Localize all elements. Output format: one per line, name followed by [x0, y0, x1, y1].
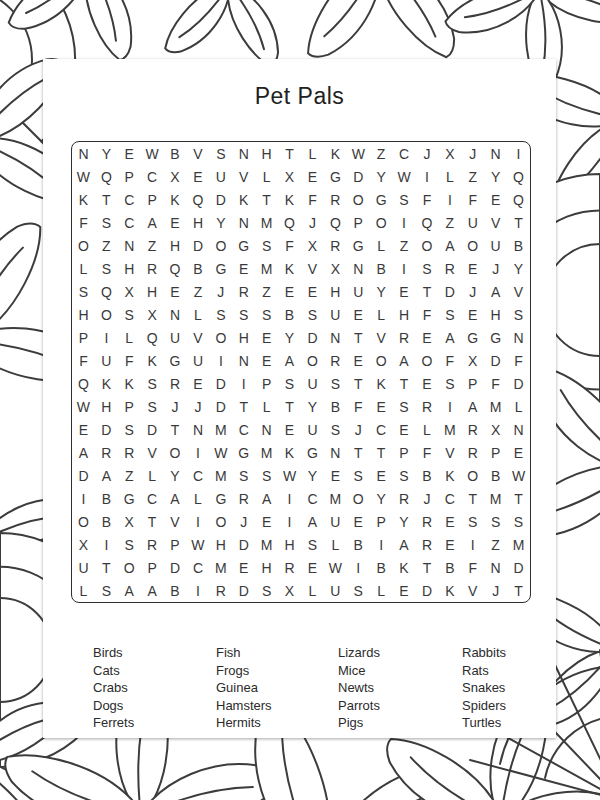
- grid-cell-r13c16: L: [415, 418, 438, 441]
- grid-cell-r12c13: F: [347, 395, 370, 418]
- grid-cell-r16c15: R: [393, 487, 416, 510]
- grid-cell-r20c5: B: [164, 579, 187, 602]
- word-search-grid: NYEWBVSNHTLKWZCJXJNIWQPCXEUVLXEGDYWILZYQ…: [71, 141, 531, 603]
- grid-cell-r18c7: H: [209, 533, 232, 556]
- grid-cell-r17c5: V: [164, 510, 187, 533]
- grid-cell-r16c4: C: [141, 487, 164, 510]
- grid-cell-r7c9: Z: [255, 280, 278, 303]
- grid-cell-r4c8: N: [232, 211, 255, 234]
- grid-cell-r14c14: T: [370, 441, 393, 464]
- grid-cell-r3c12: R: [324, 188, 347, 211]
- grid-cell-r10c12: R: [324, 349, 347, 372]
- grid-cell-r18c11: S: [301, 533, 324, 556]
- grid-cell-r7c6: Z: [186, 280, 209, 303]
- grid-cell-r10c7: I: [209, 349, 232, 372]
- grid-cell-r20c1: L: [72, 579, 95, 602]
- grid-cell-r8c7: S: [209, 303, 232, 326]
- grid-cell-r8c2: O: [95, 303, 118, 326]
- grid-cell-r16c10: I: [278, 487, 301, 510]
- grid-cell-r7c14: Y: [370, 280, 393, 303]
- grid-cell-r6c11: V: [301, 257, 324, 280]
- grid-cell-r17c16: R: [415, 510, 438, 533]
- grid-cell-r10c13: E: [347, 349, 370, 372]
- grid-cell-r3c15: S: [393, 188, 416, 211]
- grid-cell-r2c13: D: [347, 165, 370, 188]
- grid-cell-r15c16: B: [415, 464, 438, 487]
- grid-cell-r8c9: S: [255, 303, 278, 326]
- grid-cell-r5c15: Z: [393, 234, 416, 257]
- grid-cell-r11c19: F: [484, 372, 507, 395]
- grid-cell-r4c6: H: [186, 211, 209, 234]
- grid-cell-r9c15: R: [393, 326, 416, 349]
- grid-cell-r19c1: U: [72, 556, 95, 579]
- grid-cell-r3c10: K: [278, 188, 301, 211]
- grid-cell-r9c19: G: [484, 326, 507, 349]
- grid-cell-r9c8: H: [232, 326, 255, 349]
- grid-cell-r20c15: E: [393, 579, 416, 602]
- grid-cell-r13c11: U: [301, 418, 324, 441]
- grid-cell-r11c13: T: [347, 372, 370, 395]
- grid-cell-r5c17: A: [438, 234, 461, 257]
- grid-cell-r8c14: L: [370, 303, 393, 326]
- grid-cell-r6c8: E: [232, 257, 255, 280]
- puzzle-title: Pet Pals: [43, 83, 556, 110]
- grid-cell-r5c14: L: [370, 234, 393, 257]
- word-list-item: Ferrets: [93, 714, 216, 732]
- grid-cell-r1c15: C: [393, 142, 416, 165]
- grid-cell-r10c19: D: [484, 349, 507, 372]
- grid-cell-r15c2: A: [95, 464, 118, 487]
- grid-cell-r11c15: T: [393, 372, 416, 395]
- grid-cell-r12c2: H: [95, 395, 118, 418]
- grid-cell-r10c3: F: [118, 349, 141, 372]
- grid-cell-r3c20: Q: [507, 188, 530, 211]
- grid-cell-r5c11: X: [301, 234, 324, 257]
- grid-cell-r15c15: S: [393, 464, 416, 487]
- grid-cell-r1c6: V: [186, 142, 209, 165]
- grid-cell-r4c18: U: [461, 211, 484, 234]
- grid-cell-r1c7: S: [209, 142, 232, 165]
- grid-cell-r5c1: O: [72, 234, 95, 257]
- grid-cell-r20c8: D: [232, 579, 255, 602]
- grid-cell-r1c11: L: [301, 142, 324, 165]
- word-list-item: Birds: [93, 644, 216, 662]
- grid-cell-r9c17: A: [438, 326, 461, 349]
- grid-cell-r15c19: B: [484, 464, 507, 487]
- grid-cell-r12c1: W: [72, 395, 95, 418]
- grid-cell-r18c16: R: [415, 533, 438, 556]
- grid-cell-r20c14: L: [370, 579, 393, 602]
- grid-cell-r16c11: C: [301, 487, 324, 510]
- grid-cell-r12c10: T: [278, 395, 301, 418]
- grid-cell-r9c9: E: [255, 326, 278, 349]
- grid-cell-r17c8: J: [232, 510, 255, 533]
- grid-cell-r19c17: B: [438, 556, 461, 579]
- grid-cell-r19c3: O: [118, 556, 141, 579]
- grid-cell-r7c11: E: [301, 280, 324, 303]
- grid-cell-r5c4: Z: [141, 234, 164, 257]
- grid-cell-r8c20: S: [507, 303, 530, 326]
- grid-cell-r19c5: D: [164, 556, 187, 579]
- grid-cell-r9c10: Y: [278, 326, 301, 349]
- grid-cell-r19c13: I: [347, 556, 370, 579]
- grid-cell-r8c4: X: [141, 303, 164, 326]
- grid-cell-r9c16: E: [415, 326, 438, 349]
- grid-cell-r7c4: H: [141, 280, 164, 303]
- grid-cell-r18c1: X: [72, 533, 95, 556]
- grid-cell-r4c16: Q: [415, 211, 438, 234]
- grid-cell-r1c3: E: [118, 142, 141, 165]
- grid-cell-r14c19: P: [484, 441, 507, 464]
- grid-cell-r4c20: T: [507, 211, 530, 234]
- grid-cell-r5c8: G: [232, 234, 255, 257]
- grid-cell-r17c18: S: [461, 510, 484, 533]
- grid-cell-r11c16: E: [415, 372, 438, 395]
- grid-cell-r2c9: L: [255, 165, 278, 188]
- grid-cell-r17c14: P: [370, 510, 393, 533]
- grid-cell-r19c2: T: [95, 556, 118, 579]
- grid-cell-r19c10: R: [278, 556, 301, 579]
- grid-cell-r6c10: K: [278, 257, 301, 280]
- grid-cell-r8c8: S: [232, 303, 255, 326]
- grid-cell-r19c19: N: [484, 556, 507, 579]
- grid-cell-r1c10: T: [278, 142, 301, 165]
- grid-cell-r16c3: G: [118, 487, 141, 510]
- grid-cell-r4c13: P: [347, 211, 370, 234]
- grid-cell-r3c11: F: [301, 188, 324, 211]
- grid-cell-r10c5: G: [164, 349, 187, 372]
- grid-cell-r20c6: I: [186, 579, 209, 602]
- grid-cell-r8c17: S: [438, 303, 461, 326]
- grid-cell-r8c13: E: [347, 303, 370, 326]
- grid-cell-r12c14: E: [370, 395, 393, 418]
- grid-cell-r5c9: S: [255, 234, 278, 257]
- grid-cell-r4c11: J: [301, 211, 324, 234]
- grid-cell-r1c19: N: [484, 142, 507, 165]
- grid-cell-r18c2: I: [95, 533, 118, 556]
- grid-cell-r14c15: P: [393, 441, 416, 464]
- grid-cell-r6c12: X: [324, 257, 347, 280]
- grid-cell-r9c13: T: [347, 326, 370, 349]
- word-list-item: Guinea: [216, 679, 338, 697]
- grid-cell-r11c5: R: [164, 372, 187, 395]
- grid-cell-r10c8: N: [232, 349, 255, 372]
- grid-cell-r12c3: P: [118, 395, 141, 418]
- word-list-item: Turtles: [462, 714, 533, 732]
- grid-cell-r3c19: E: [484, 188, 507, 211]
- grid-cell-r20c13: S: [347, 579, 370, 602]
- grid-cell-r17c7: O: [209, 510, 232, 533]
- grid-cell-r11c2: K: [95, 372, 118, 395]
- grid-cell-r20c4: A: [141, 579, 164, 602]
- grid-cell-r18c10: H: [278, 533, 301, 556]
- grid-cell-r2c2: Q: [95, 165, 118, 188]
- grid-cell-r16c1: I: [72, 487, 95, 510]
- grid-cell-r16c8: R: [232, 487, 255, 510]
- grid-cell-r10c11: O: [301, 349, 324, 372]
- grid-cell-r20c12: U: [324, 579, 347, 602]
- grid-cell-r19c4: P: [141, 556, 164, 579]
- grid-cell-r18c17: E: [438, 533, 461, 556]
- grid-cell-r15c20: W: [507, 464, 530, 487]
- grid-cell-r11c20: D: [507, 372, 530, 395]
- grid-cell-r11c1: Q: [72, 372, 95, 395]
- grid-cell-r7c13: U: [347, 280, 370, 303]
- grid-cell-r7c19: A: [484, 280, 507, 303]
- grid-cell-r13c5: T: [164, 418, 187, 441]
- word-list-item: Snakes: [462, 679, 533, 697]
- grid-cell-r10c6: U: [186, 349, 209, 372]
- grid-cell-r10c16: O: [415, 349, 438, 372]
- word-list-item: Hermits: [216, 714, 338, 732]
- grid-cell-r15c10: W: [278, 464, 301, 487]
- grid-cell-r13c12: S: [324, 418, 347, 441]
- grid-cell-r6c13: N: [347, 257, 370, 280]
- grid-cell-r1c16: J: [415, 142, 438, 165]
- grid-cell-r15c3: Z: [118, 464, 141, 487]
- grid-cell-r18c13: B: [347, 533, 370, 556]
- grid-cell-r16c16: J: [415, 487, 438, 510]
- grid-cell-r12c7: D: [209, 395, 232, 418]
- grid-cell-r3c6: Q: [186, 188, 209, 211]
- grid-cell-r18c12: L: [324, 533, 347, 556]
- grid-cell-r17c9: E: [255, 510, 278, 533]
- grid-cell-r16c17: C: [438, 487, 461, 510]
- grid-cell-r12c17: I: [438, 395, 461, 418]
- word-list-item: Spiders: [462, 697, 533, 715]
- grid-cell-r13c7: M: [209, 418, 232, 441]
- grid-cell-r7c15: E: [393, 280, 416, 303]
- grid-cell-r5c10: F: [278, 234, 301, 257]
- grid-cell-r4c15: I: [393, 211, 416, 234]
- word-list-item: Mice: [338, 662, 462, 680]
- grid-cell-r6c19: J: [484, 257, 507, 280]
- grid-cell-r19c6: C: [186, 556, 209, 579]
- grid-cell-r2c17: L: [438, 165, 461, 188]
- grid-cell-r6c20: Y: [507, 257, 530, 280]
- grid-cell-r7c10: E: [278, 280, 301, 303]
- grid-cell-r10c4: K: [141, 349, 164, 372]
- grid-cell-r5c12: R: [324, 234, 347, 257]
- grid-cell-r17c19: S: [484, 510, 507, 533]
- word-list-item: Pigs: [338, 714, 462, 732]
- grid-cell-r14c12: N: [324, 441, 347, 464]
- grid-cell-r11c11: U: [301, 372, 324, 395]
- grid-cell-r8c3: S: [118, 303, 141, 326]
- grid-cell-r14c2: R: [95, 441, 118, 464]
- grid-cell-r13c19: X: [484, 418, 507, 441]
- grid-cell-r14c7: W: [209, 441, 232, 464]
- grid-cell-r19c8: E: [232, 556, 255, 579]
- grid-cell-r16c20: T: [507, 487, 530, 510]
- grid-cell-r7c7: J: [209, 280, 232, 303]
- word-list-item: Newts: [338, 679, 462, 697]
- grid-cell-r5c20: B: [507, 234, 530, 257]
- grid-cell-r3c16: F: [415, 188, 438, 211]
- grid-cell-r3c9: T: [255, 188, 278, 211]
- grid-cell-r11c4: S: [141, 372, 164, 395]
- grid-cell-r10c14: O: [370, 349, 393, 372]
- grid-cell-r2c11: E: [301, 165, 324, 188]
- grid-cell-r6c14: B: [370, 257, 393, 280]
- grid-cell-r3c14: G: [370, 188, 393, 211]
- grid-cell-r18c15: A: [393, 533, 416, 556]
- grid-cell-r13c3: S: [118, 418, 141, 441]
- grid-cell-r6c17: R: [438, 257, 461, 280]
- grid-cell-r6c1: L: [72, 257, 95, 280]
- grid-cell-r15c18: O: [461, 464, 484, 487]
- grid-cell-r15c6: C: [186, 464, 209, 487]
- grid-cell-r2c7: U: [209, 165, 232, 188]
- grid-cell-r17c15: Y: [393, 510, 416, 533]
- word-list-item: Hamsters: [216, 697, 338, 715]
- grid-cell-r2c12: G: [324, 165, 347, 188]
- grid-cell-r9c20: N: [507, 326, 530, 349]
- grid-cell-r7c17: D: [438, 280, 461, 303]
- grid-cell-r20c9: S: [255, 579, 278, 602]
- word-list-item: Crabs: [93, 679, 216, 697]
- grid-cell-r4c7: Y: [209, 211, 232, 234]
- grid-cell-r13c15: E: [393, 418, 416, 441]
- grid-cell-r13c17: M: [438, 418, 461, 441]
- grid-cell-r12c11: Y: [301, 395, 324, 418]
- grid-cell-r20c16: D: [415, 579, 438, 602]
- grid-cell-r5c6: D: [186, 234, 209, 257]
- grid-cell-r18c20: M: [507, 533, 530, 556]
- grid-cell-r8c10: B: [278, 303, 301, 326]
- grid-cell-r6c6: B: [186, 257, 209, 280]
- grid-cell-r18c8: D: [232, 533, 255, 556]
- grid-cell-r7c20: V: [507, 280, 530, 303]
- grid-cell-r1c13: W: [347, 142, 370, 165]
- grid-cell-r20c19: J: [484, 579, 507, 602]
- grid-cell-r2c14: Y: [370, 165, 393, 188]
- grid-cell-r4c9: M: [255, 211, 278, 234]
- grid-cell-r2c19: Y: [484, 165, 507, 188]
- grid-cell-r10c2: U: [95, 349, 118, 372]
- grid-cell-r16c9: A: [255, 487, 278, 510]
- grid-cell-r7c8: R: [232, 280, 255, 303]
- grid-cell-r1c17: X: [438, 142, 461, 165]
- grid-cell-r20c10: X: [278, 579, 301, 602]
- grid-cell-r8c1: H: [72, 303, 95, 326]
- grid-cell-r13c8: C: [232, 418, 255, 441]
- grid-cell-r5c5: H: [164, 234, 187, 257]
- grid-cell-r5c18: O: [461, 234, 484, 257]
- grid-cell-r19c16: T: [415, 556, 438, 579]
- grid-cell-r6c7: G: [209, 257, 232, 280]
- grid-cell-r9c6: V: [186, 326, 209, 349]
- grid-cell-r8c19: H: [484, 303, 507, 326]
- grid-cell-r12c12: B: [324, 395, 347, 418]
- grid-cell-r12c18: A: [461, 395, 484, 418]
- grid-cell-r7c18: J: [461, 280, 484, 303]
- grid-cell-r14c6: I: [186, 441, 209, 464]
- grid-cell-r4c10: Q: [278, 211, 301, 234]
- word-list: BirdsCatsCrabsDogsFerretsFishFrogsGuinea…: [93, 644, 533, 732]
- grid-cell-r3c18: F: [461, 188, 484, 211]
- word-list-item: Rabbits: [462, 644, 533, 662]
- grid-cell-r15c7: M: [209, 464, 232, 487]
- grid-cell-r18c3: S: [118, 533, 141, 556]
- grid-cell-r10c18: X: [461, 349, 484, 372]
- grid-cell-r6c16: S: [415, 257, 438, 280]
- grid-cell-r4c4: A: [141, 211, 164, 234]
- word-list-item: Lizards: [338, 644, 462, 662]
- grid-cell-r16c12: M: [324, 487, 347, 510]
- grid-cell-r16c5: A: [164, 487, 187, 510]
- grid-cell-r19c9: H: [255, 556, 278, 579]
- grid-cell-r16c2: B: [95, 487, 118, 510]
- grid-cell-r19c7: M: [209, 556, 232, 579]
- grid-cell-r17c6: I: [186, 510, 209, 533]
- grid-cell-r13c20: N: [507, 418, 530, 441]
- grid-cell-r11c6: E: [186, 372, 209, 395]
- grid-cell-r4c14: O: [370, 211, 393, 234]
- grid-cell-r20c2: S: [95, 579, 118, 602]
- grid-cell-r4c3: C: [118, 211, 141, 234]
- grid-cell-r8c5: N: [164, 303, 187, 326]
- grid-cell-r15c1: D: [72, 464, 95, 487]
- grid-cell-r3c8: K: [232, 188, 255, 211]
- grid-cell-r14c11: G: [301, 441, 324, 464]
- grid-cell-r9c3: L: [118, 326, 141, 349]
- grid-cell-r17c4: T: [141, 510, 164, 533]
- grid-cell-r13c18: R: [461, 418, 484, 441]
- grid-cell-r14c18: R: [461, 441, 484, 464]
- grid-cell-r20c17: K: [438, 579, 461, 602]
- grid-cell-r2c10: X: [278, 165, 301, 188]
- grid-cell-r7c3: X: [118, 280, 141, 303]
- grid-cell-r6c9: M: [255, 257, 278, 280]
- grid-cell-r9c2: I: [95, 326, 118, 349]
- grid-cell-r13c14: C: [370, 418, 393, 441]
- grid-cell-r10c10: A: [278, 349, 301, 372]
- grid-cell-r3c4: P: [141, 188, 164, 211]
- grid-cell-r20c20: T: [507, 579, 530, 602]
- grid-cell-r14c13: T: [347, 441, 370, 464]
- grid-cell-r3c7: D: [209, 188, 232, 211]
- grid-cell-r17c17: E: [438, 510, 461, 533]
- grid-cell-r1c12: K: [324, 142, 347, 165]
- grid-cell-r2c8: V: [232, 165, 255, 188]
- grid-cell-r4c12: Q: [324, 211, 347, 234]
- grid-cell-r6c4: R: [141, 257, 164, 280]
- grid-cell-r9c14: V: [370, 326, 393, 349]
- grid-cell-r3c1: K: [72, 188, 95, 211]
- grid-cell-r1c9: H: [255, 142, 278, 165]
- grid-cell-r15c17: K: [438, 464, 461, 487]
- word-list-item: Dogs: [93, 697, 216, 715]
- grid-cell-r1c14: Z: [370, 142, 393, 165]
- grid-cell-r11c8: I: [232, 372, 255, 395]
- grid-cell-r12c19: M: [484, 395, 507, 418]
- grid-cell-r5c19: U: [484, 234, 507, 257]
- grid-cell-r16c18: T: [461, 487, 484, 510]
- grid-cell-r8c15: H: [393, 303, 416, 326]
- grid-cell-r15c14: E: [370, 464, 393, 487]
- grid-cell-r1c1: N: [72, 142, 95, 165]
- grid-cell-r7c5: E: [164, 280, 187, 303]
- grid-cell-r13c9: N: [255, 418, 278, 441]
- grid-cell-r10c15: A: [393, 349, 416, 372]
- grid-cell-r4c2: S: [95, 211, 118, 234]
- grid-cell-r13c1: E: [72, 418, 95, 441]
- grid-cell-r15c11: Y: [301, 464, 324, 487]
- word-list-item: Parrots: [338, 697, 462, 715]
- grid-cell-r12c20: L: [507, 395, 530, 418]
- grid-cell-r15c4: L: [141, 464, 164, 487]
